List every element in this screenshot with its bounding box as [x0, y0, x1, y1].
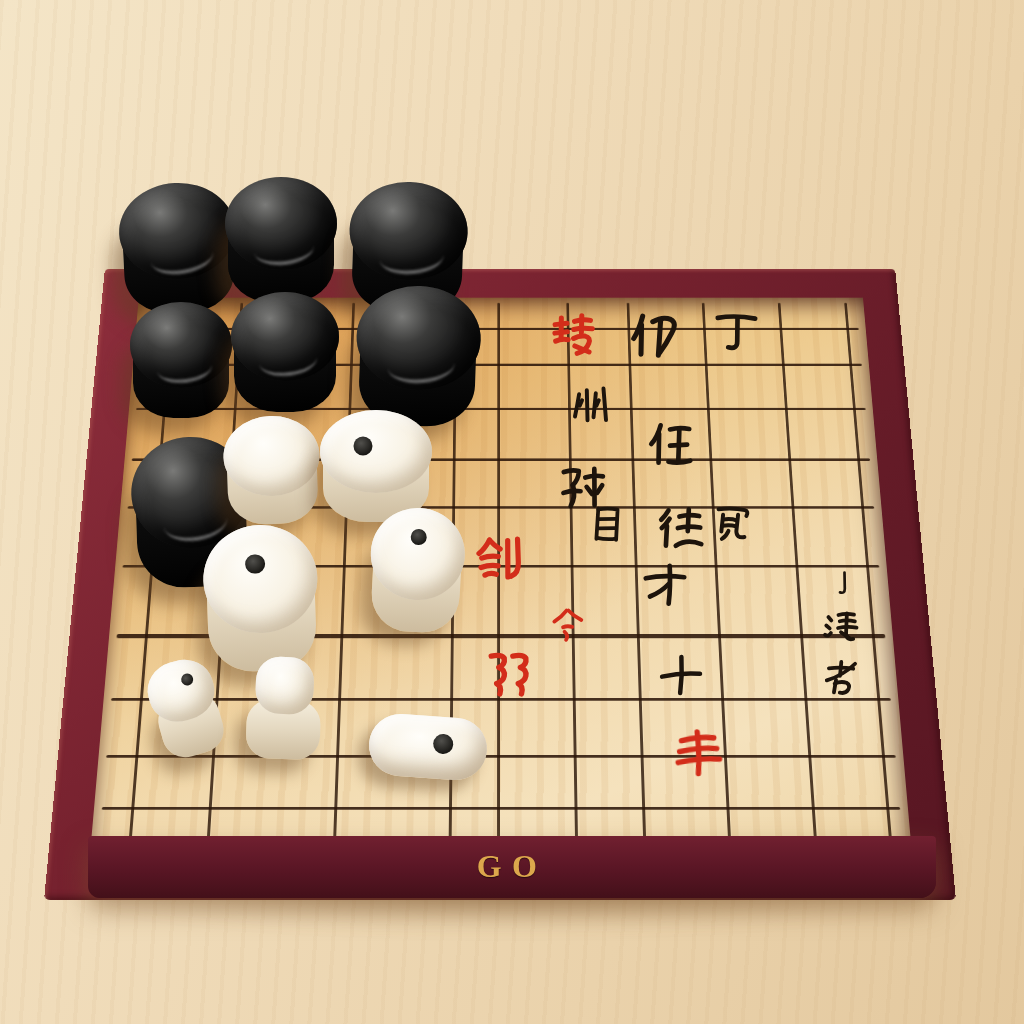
stone-top: [225, 177, 337, 270]
calligraphy-character: [655, 648, 707, 700]
black-stone[interactable]: [117, 180, 240, 316]
white-stone[interactable]: [367, 712, 489, 782]
calligraphy-character: [820, 607, 862, 649]
grid-line-vertical: [778, 303, 818, 852]
calligraphy-character: [709, 305, 763, 359]
stone-glare: [257, 341, 319, 379]
stone-top: [367, 712, 489, 782]
calligraphy-character: [639, 558, 691, 610]
calligraphy-character: [627, 306, 683, 362]
black-stone[interactable]: [130, 302, 232, 418]
calligraphy-character: [585, 502, 628, 545]
black-stone[interactable]: [231, 292, 339, 412]
white-stone[interactable]: [201, 523, 320, 673]
calligraphy-character: [820, 656, 863, 699]
stone-glare: [386, 346, 456, 387]
white-stone[interactable]: [243, 656, 325, 761]
stone-dot: [180, 672, 195, 687]
table-surface: GO: [0, 0, 1024, 1024]
calligraphy-character: [481, 648, 535, 702]
stone-dot: [410, 529, 427, 546]
calligraphy-character: [708, 501, 754, 547]
calligraphy-character: [569, 382, 615, 428]
calligraphy-character: [655, 501, 707, 553]
black-stone[interactable]: [225, 177, 337, 303]
stone-glare: [252, 229, 316, 268]
stone-glare: [378, 238, 444, 277]
stone-glare: [155, 350, 213, 386]
calligraphy-character: [547, 310, 599, 362]
stone-dot: [353, 437, 372, 456]
stone-top: [231, 292, 339, 381]
stone-dot: [433, 734, 454, 755]
calligraphy-character: [549, 606, 587, 644]
calligraphy-character: [669, 723, 727, 781]
stone-top: [320, 410, 432, 493]
calligraphy-character: [644, 417, 696, 469]
grid-line-horizontal: [102, 807, 900, 810]
go-brand-label: GO: [88, 848, 936, 885]
white-stone[interactable]: [367, 506, 467, 635]
black-stone[interactable]: [354, 284, 483, 428]
white-stone[interactable]: [222, 414, 322, 525]
stone-top: [255, 656, 315, 715]
stone-glare: [148, 235, 215, 278]
board-front-face: GO: [88, 836, 936, 898]
stone-top: [130, 302, 232, 388]
calligraphy-character: [828, 569, 858, 599]
grid-line-horizontal: [106, 755, 895, 758]
stone-dot: [245, 554, 265, 574]
calligraphy-character: [473, 532, 527, 586]
